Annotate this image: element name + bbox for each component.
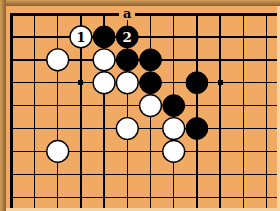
stone-black[interactable] [186,72,208,94]
star-point-marker [78,80,83,85]
stone-black[interactable] [93,26,115,48]
star-point-marker [218,80,223,85]
stone-white[interactable] [47,49,69,71]
stone-white[interactable] [93,72,115,94]
go-diagram: a12 [0,0,280,211]
stone-white[interactable] [116,72,138,94]
stone-number-2: 2 [123,29,132,45]
stone-black[interactable] [140,72,162,94]
stone-number-1: 1 [76,29,85,45]
point-label-a[interactable]: a [123,6,132,21]
stone-white[interactable] [116,118,138,140]
stone-black[interactable] [186,118,208,140]
stone-white[interactable] [47,141,69,163]
stone-black[interactable] [116,49,138,71]
stone-white[interactable] [163,118,185,140]
stone-white[interactable] [140,95,162,117]
stone-black[interactable] [163,95,185,117]
stone-black[interactable] [140,49,162,71]
go-board: a12 [0,0,280,211]
stone-white[interactable] [93,49,115,71]
stone-white[interactable] [163,141,185,163]
